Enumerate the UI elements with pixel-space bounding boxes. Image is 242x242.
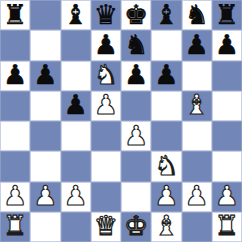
square-h7[interactable]: ♟ bbox=[212, 30, 242, 60]
square-e3[interactable] bbox=[121, 151, 151, 181]
square-e1[interactable]: ♚ bbox=[121, 212, 151, 242]
square-a6[interactable]: ♟ bbox=[0, 61, 30, 91]
square-b6[interactable]: ♟ bbox=[30, 61, 60, 91]
square-h3[interactable] bbox=[212, 151, 242, 181]
black-pawn-icon[interactable]: ♟ bbox=[124, 61, 148, 88]
white-king-icon[interactable]: ♚ bbox=[124, 212, 148, 239]
chess-board: ♜♝♛♚♝♞♜♟♞♟♟♟♟♞♟♟♟♟♝♟♞♟♟♟♟♟♟♜♛♚♝♜ bbox=[0, 0, 242, 242]
square-g1[interactable] bbox=[182, 212, 212, 242]
square-a8[interactable]: ♜ bbox=[0, 0, 30, 30]
black-pawn-icon[interactable]: ♟ bbox=[64, 91, 88, 118]
black-knight-icon[interactable]: ♞ bbox=[185, 1, 209, 28]
black-queen-icon[interactable]: ♛ bbox=[94, 1, 118, 28]
square-b2[interactable]: ♟ bbox=[30, 182, 60, 212]
square-f7[interactable] bbox=[151, 30, 181, 60]
white-pawn-icon[interactable]: ♟ bbox=[33, 182, 57, 209]
square-d2[interactable] bbox=[91, 182, 121, 212]
square-g6[interactable] bbox=[182, 61, 212, 91]
square-a2[interactable]: ♟ bbox=[0, 182, 30, 212]
black-pawn-icon[interactable]: ♟ bbox=[154, 61, 178, 88]
square-a4[interactable] bbox=[0, 121, 30, 151]
square-g3[interactable] bbox=[182, 151, 212, 181]
black-bishop-icon[interactable]: ♝ bbox=[154, 1, 178, 28]
square-f4[interactable] bbox=[151, 121, 181, 151]
square-f2[interactable]: ♟ bbox=[151, 182, 181, 212]
square-c3[interactable] bbox=[61, 151, 91, 181]
square-c2[interactable]: ♟ bbox=[61, 182, 91, 212]
square-g4[interactable] bbox=[182, 121, 212, 151]
white-rook-icon[interactable]: ♜ bbox=[215, 212, 239, 239]
square-c1[interactable] bbox=[61, 212, 91, 242]
square-a1[interactable]: ♜ bbox=[0, 212, 30, 242]
square-h5[interactable] bbox=[212, 91, 242, 121]
square-d8[interactable]: ♛ bbox=[91, 0, 121, 30]
square-d3[interactable] bbox=[91, 151, 121, 181]
square-g2[interactable]: ♟ bbox=[182, 182, 212, 212]
square-d6[interactable]: ♞ bbox=[91, 61, 121, 91]
white-bishop-icon[interactable]: ♝ bbox=[185, 91, 209, 118]
square-d1[interactable]: ♛ bbox=[91, 212, 121, 242]
square-d4[interactable] bbox=[91, 121, 121, 151]
white-knight-icon[interactable]: ♞ bbox=[154, 152, 178, 179]
black-pawn-icon[interactable]: ♟ bbox=[215, 31, 239, 58]
white-pawn-icon[interactable]: ♟ bbox=[124, 122, 148, 149]
square-b5[interactable] bbox=[30, 91, 60, 121]
black-king-icon[interactable]: ♚ bbox=[124, 1, 148, 28]
black-pawn-icon[interactable]: ♟ bbox=[3, 61, 27, 88]
white-bishop-icon[interactable]: ♝ bbox=[154, 212, 178, 239]
black-pawn-icon[interactable]: ♟ bbox=[185, 31, 209, 58]
square-h2[interactable]: ♟ bbox=[212, 182, 242, 212]
white-queen-icon[interactable]: ♛ bbox=[94, 212, 118, 239]
black-pawn-icon[interactable]: ♟ bbox=[33, 61, 57, 88]
square-c5[interactable]: ♟ bbox=[61, 91, 91, 121]
square-f8[interactable]: ♝ bbox=[151, 0, 181, 30]
square-c8[interactable]: ♝ bbox=[61, 0, 91, 30]
square-e4[interactable]: ♟ bbox=[121, 121, 151, 151]
white-knight-icon[interactable]: ♞ bbox=[94, 61, 118, 88]
square-h4[interactable] bbox=[212, 121, 242, 151]
square-a7[interactable] bbox=[0, 30, 30, 60]
square-c7[interactable] bbox=[61, 30, 91, 60]
white-pawn-icon[interactable]: ♟ bbox=[185, 182, 209, 209]
square-b7[interactable] bbox=[30, 30, 60, 60]
square-h8[interactable]: ♜ bbox=[212, 0, 242, 30]
square-c4[interactable] bbox=[61, 121, 91, 151]
square-a3[interactable] bbox=[0, 151, 30, 181]
white-pawn-icon[interactable]: ♟ bbox=[215, 182, 239, 209]
white-pawn-icon[interactable]: ♟ bbox=[64, 182, 88, 209]
square-e8[interactable]: ♚ bbox=[121, 0, 151, 30]
black-rook-icon[interactable]: ♜ bbox=[215, 1, 239, 28]
square-g7[interactable]: ♟ bbox=[182, 30, 212, 60]
square-b1[interactable] bbox=[30, 212, 60, 242]
black-knight-icon[interactable]: ♞ bbox=[124, 31, 148, 58]
square-b4[interactable] bbox=[30, 121, 60, 151]
square-b3[interactable] bbox=[30, 151, 60, 181]
black-rook-icon[interactable]: ♜ bbox=[3, 1, 27, 28]
square-h1[interactable]: ♜ bbox=[212, 212, 242, 242]
square-e2[interactable] bbox=[121, 182, 151, 212]
square-f6[interactable]: ♟ bbox=[151, 61, 181, 91]
black-pawn-icon[interactable]: ♟ bbox=[94, 31, 118, 58]
square-c6[interactable] bbox=[61, 61, 91, 91]
square-a5[interactable] bbox=[0, 91, 30, 121]
square-d7[interactable]: ♟ bbox=[91, 30, 121, 60]
square-b8[interactable] bbox=[30, 0, 60, 30]
black-bishop-icon[interactable]: ♝ bbox=[64, 1, 88, 28]
square-f1[interactable]: ♝ bbox=[151, 212, 181, 242]
square-d5[interactable]: ♟ bbox=[91, 91, 121, 121]
square-e7[interactable]: ♞ bbox=[121, 30, 151, 60]
square-h6[interactable] bbox=[212, 61, 242, 91]
square-g8[interactable]: ♞ bbox=[182, 0, 212, 30]
white-pawn-icon[interactable]: ♟ bbox=[154, 182, 178, 209]
square-f3[interactable]: ♞ bbox=[151, 151, 181, 181]
chess-board-wrapper: ♜♝♛♚♝♞♜♟♞♟♟♟♟♞♟♟♟♟♝♟♞♟♟♟♟♟♟♜♛♚♝♜ bbox=[0, 0, 242, 242]
white-pawn-icon[interactable]: ♟ bbox=[94, 91, 118, 118]
square-f5[interactable] bbox=[151, 91, 181, 121]
square-g5[interactable]: ♝ bbox=[182, 91, 212, 121]
white-pawn-icon[interactable]: ♟ bbox=[3, 182, 27, 209]
square-e5[interactable] bbox=[121, 91, 151, 121]
square-e6[interactable]: ♟ bbox=[121, 61, 151, 91]
white-rook-icon[interactable]: ♜ bbox=[3, 212, 27, 239]
